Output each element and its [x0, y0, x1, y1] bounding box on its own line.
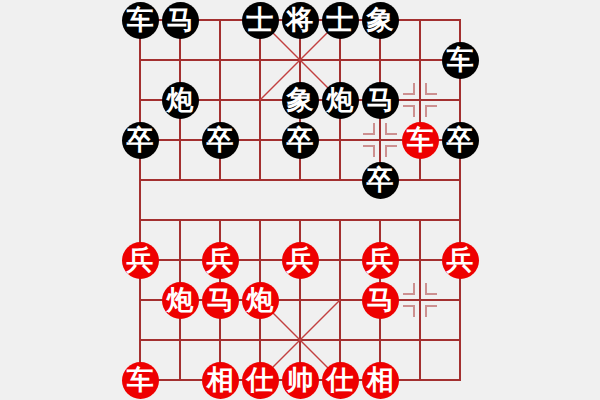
piece-black-soldier[interactable]: 卒: [282, 122, 319, 159]
piece-red-horse[interactable]: 马: [362, 282, 399, 319]
piece-black-cannon[interactable]: 炮: [162, 82, 199, 119]
marker-corner: [425, 105, 437, 117]
piece-black-chariot[interactable]: 车: [122, 2, 159, 39]
piece-black-soldier[interactable]: 卒: [122, 122, 159, 159]
piece-black-horse[interactable]: 马: [362, 82, 399, 119]
piece-black-elephant[interactable]: 象: [362, 2, 399, 39]
piece-red-elephant[interactable]: 相: [362, 362, 399, 399]
piece-black-soldier[interactable]: 卒: [202, 122, 239, 159]
piece-red-soldier[interactable]: 兵: [442, 242, 479, 279]
marker-corner: [363, 145, 375, 157]
piece-black-soldier[interactable]: 卒: [442, 122, 479, 159]
piece-red-soldier[interactable]: 兵: [122, 242, 159, 279]
piece-red-elephant[interactable]: 相: [202, 362, 239, 399]
piece-red-chariot[interactable]: 车: [402, 122, 439, 159]
last-move-marker: [403, 83, 437, 117]
pieces-layer: 车马士将士象车炮象炮马卒卒卒卒卒车兵兵兵兵兵炮马炮马车相仕帅仕相: [120, 0, 480, 400]
piece-black-cannon[interactable]: 炮: [322, 82, 359, 119]
marker-corner: [403, 283, 415, 295]
piece-red-advisor[interactable]: 仕: [322, 362, 359, 399]
piece-red-chariot[interactable]: 车: [122, 362, 159, 399]
last-move-marker: [363, 123, 397, 157]
piece-red-soldier[interactable]: 兵: [362, 242, 399, 279]
marker-corner: [385, 145, 397, 157]
piece-red-general[interactable]: 帅: [282, 362, 319, 399]
piece-black-soldier[interactable]: 卒: [362, 162, 399, 199]
piece-red-horse[interactable]: 马: [202, 282, 239, 319]
piece-black-advisor[interactable]: 士: [242, 2, 279, 39]
marker-corner: [425, 305, 437, 317]
piece-black-horse[interactable]: 马: [162, 2, 199, 39]
piece-red-cannon[interactable]: 炮: [162, 282, 199, 319]
marker-corner: [403, 83, 415, 95]
xiangqi-board[interactable]: 车马士将士象车炮象炮马卒卒卒卒卒车兵兵兵兵兵炮马炮马车相仕帅仕相: [0, 0, 600, 400]
marker-corner: [363, 123, 375, 135]
marker-corner: [385, 123, 397, 135]
marker-corner: [403, 305, 415, 317]
marker-corner: [425, 283, 437, 295]
piece-black-general[interactable]: 将: [282, 2, 319, 39]
piece-black-advisor[interactable]: 士: [322, 2, 359, 39]
last-move-marker: [403, 283, 437, 317]
marker-corner: [425, 83, 437, 95]
piece-black-chariot[interactable]: 车: [442, 42, 479, 79]
piece-black-elephant[interactable]: 象: [282, 82, 319, 119]
piece-red-soldier[interactable]: 兵: [282, 242, 319, 279]
marker-corner: [403, 105, 415, 117]
piece-red-cannon[interactable]: 炮: [242, 282, 279, 319]
piece-red-soldier[interactable]: 兵: [202, 242, 239, 279]
piece-red-advisor[interactable]: 仕: [242, 362, 279, 399]
